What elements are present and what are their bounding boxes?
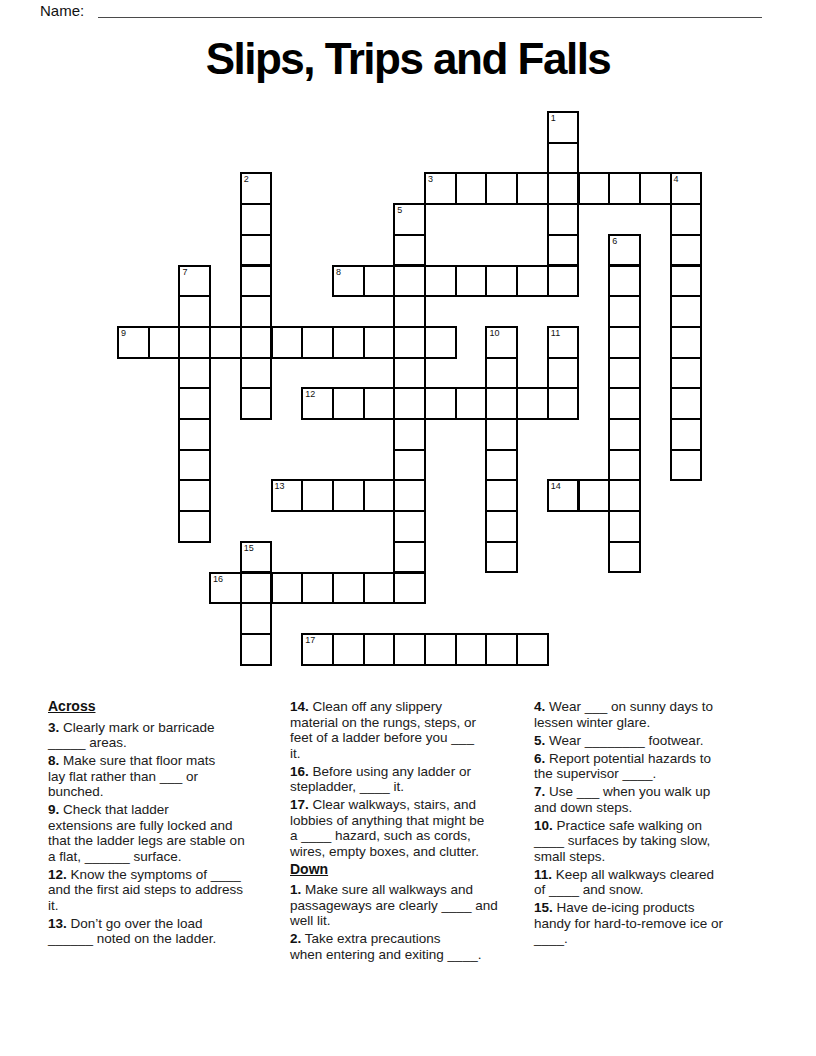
clue-number: 9 — [121, 328, 126, 338]
grid-cell[interactable] — [485, 357, 518, 390]
clue-number-label: 11. — [534, 867, 552, 882]
grid-cell[interactable] — [178, 387, 211, 420]
grid-cell[interactable] — [363, 633, 396, 666]
grid-cell[interactable] — [393, 479, 426, 512]
grid-cell[interactable] — [393, 541, 426, 574]
clue-number-label: 4. — [534, 699, 545, 714]
grid-cell[interactable] — [485, 449, 518, 482]
clue-number-label: 17. — [290, 797, 309, 812]
grid-cell[interactable] — [301, 572, 334, 605]
grid-cell[interactable] — [332, 479, 365, 512]
grid-cell[interactable] — [578, 479, 611, 512]
grid-cell[interactable] — [178, 449, 211, 482]
clue-number: 11 — [551, 328, 560, 338]
clue-number: 12 — [305, 389, 315, 399]
clue-15: 15. Have de-icing products handy for har… — [534, 900, 784, 947]
grid-cell[interactable] — [670, 357, 703, 390]
clue-11: 11. Keep all walkways cleared of ____ an… — [534, 867, 784, 898]
grid-cell[interactable]: 12 — [301, 387, 334, 420]
clue-2: 2. Take extra precautions when entering … — [290, 931, 540, 962]
grid-cell[interactable] — [608, 479, 641, 512]
grid-cell[interactable] — [547, 387, 580, 420]
grid-cell[interactable] — [393, 234, 426, 267]
grid-cell[interactable] — [547, 265, 580, 298]
grid-cell[interactable] — [271, 326, 304, 359]
grid-cell[interactable]: 9 — [117, 326, 150, 359]
grid-cell[interactable] — [485, 633, 518, 666]
clue-number-label: 15. — [534, 900, 553, 915]
clue-14: 14. Clean off any slippery material on t… — [290, 699, 540, 761]
grid-cell[interactable] — [455, 387, 488, 420]
clue-number-label: 1. — [290, 882, 301, 897]
clue-number-label: 3. — [48, 720, 59, 735]
grid-cell[interactable] — [608, 387, 641, 420]
grid-cell[interactable] — [178, 510, 211, 543]
grid-cell[interactable] — [148, 326, 181, 359]
grid-cell[interactable]: 13 — [271, 479, 304, 512]
grid-cell[interactable] — [363, 387, 396, 420]
grid-cell[interactable] — [209, 326, 242, 359]
grid-cell[interactable] — [547, 234, 580, 267]
grid-cell[interactable] — [424, 326, 457, 359]
clue-8: 8. Make sure that floor mats lay flat ra… — [48, 753, 298, 800]
grid-cell[interactable] — [485, 541, 518, 574]
grid-cell[interactable] — [608, 265, 641, 298]
clue-number-label: 13. — [48, 916, 67, 931]
grid-cell[interactable] — [608, 510, 641, 543]
clue-number-label: 5. — [534, 733, 545, 748]
grid-cell[interactable] — [670, 265, 703, 298]
grid-cell[interactable]: 1 — [547, 111, 580, 144]
grid-cell[interactable] — [608, 449, 641, 482]
grid-cell[interactable] — [393, 510, 426, 543]
clue-12: 12. Know the symptoms of ____ and the fi… — [48, 867, 298, 914]
grid-cell[interactable] — [393, 326, 426, 359]
grid-cell[interactable]: 17 — [301, 633, 334, 666]
grid-cell[interactable] — [455, 633, 488, 666]
grid-cell[interactable]: 4 — [670, 172, 703, 205]
clue-6: 6. Report potential hazards to the super… — [534, 751, 784, 782]
grid-cell[interactable] — [547, 172, 580, 205]
grid-cell[interactable] — [178, 295, 211, 328]
grid-cell[interactable]: 11 — [547, 326, 580, 359]
clue-13: 13. Don’t go over the load ______ noted … — [48, 916, 298, 947]
grid-cell[interactable] — [608, 172, 641, 205]
down-heading: Down — [290, 862, 540, 878]
grid-cell[interactable]: 5 — [393, 203, 426, 236]
clue-number: 14 — [551, 481, 561, 491]
grid-cell[interactable] — [393, 295, 426, 328]
grid-cell[interactable] — [455, 172, 488, 205]
grid-cell[interactable] — [363, 572, 396, 605]
clue-column-middle: 14. Clean off any slippery material on t… — [290, 699, 540, 965]
grid-cell[interactable] — [547, 203, 580, 236]
grid-cell[interactable] — [547, 357, 580, 390]
grid-cell[interactable] — [240, 234, 273, 267]
clue-7: 7. Use ___ when you walk up and down ste… — [534, 784, 784, 815]
grid-cell[interactable] — [178, 357, 211, 390]
grid-cell[interactable]: 16 — [209, 572, 242, 605]
clue-number: 2 — [244, 174, 249, 184]
grid-cell[interactable] — [178, 418, 211, 451]
clue-17: 17. Clear walkways, stairs, and lobbies … — [290, 797, 540, 859]
grid-cell[interactable] — [363, 265, 396, 298]
grid-cell[interactable]: 15 — [240, 541, 273, 574]
grid-cell[interactable] — [393, 357, 426, 390]
grid-cell[interactable] — [393, 449, 426, 482]
grid-cell[interactable]: 7 — [178, 265, 211, 298]
grid-cell[interactable] — [240, 265, 273, 298]
clue-number-label: 2. — [290, 931, 301, 946]
grid-cell[interactable] — [670, 418, 703, 451]
grid-cell[interactable] — [363, 479, 396, 512]
clue-number: 17 — [305, 635, 315, 645]
grid-cell[interactable]: 2 — [240, 172, 273, 205]
grid-cell[interactable] — [670, 326, 703, 359]
grid-cell[interactable] — [547, 142, 580, 175]
grid-cell[interactable] — [393, 265, 426, 298]
grid-cell[interactable] — [670, 295, 703, 328]
grid-cell[interactable] — [332, 326, 365, 359]
clue-number: 13 — [275, 481, 285, 491]
grid-cell[interactable] — [639, 172, 672, 205]
grid-cell[interactable] — [670, 203, 703, 236]
grid-cell[interactable] — [485, 418, 518, 451]
grid-cell[interactable] — [670, 449, 703, 482]
grid-cell[interactable] — [271, 572, 304, 605]
clue-number-label: 9. — [48, 802, 59, 817]
clue-number: 6 — [612, 236, 617, 246]
grid-cell[interactable] — [670, 387, 703, 420]
grid-cell[interactable] — [516, 172, 549, 205]
grid-cell[interactable]: 6 — [608, 234, 641, 267]
clue-number-label: 14. — [290, 699, 309, 714]
grid-cell[interactable] — [516, 387, 549, 420]
grid-cell[interactable]: 8 — [332, 265, 365, 298]
clue-number: 16 — [213, 574, 223, 584]
grid-cell[interactable] — [393, 387, 426, 420]
grid-cell[interactable] — [455, 265, 488, 298]
grid-cell[interactable] — [240, 203, 273, 236]
grid-cell[interactable] — [424, 633, 457, 666]
grid-cell[interactable] — [240, 326, 273, 359]
grid-cell[interactable] — [240, 572, 273, 605]
clue-column-across: Across3. Clearly mark or barricade _____… — [48, 699, 298, 949]
grid-cell[interactable] — [178, 479, 211, 512]
grid-cell[interactable] — [332, 572, 365, 605]
clue-number: 7 — [182, 267, 187, 277]
grid-cell[interactable] — [393, 633, 426, 666]
grid-cell[interactable] — [608, 326, 641, 359]
grid-cell[interactable] — [178, 326, 211, 359]
clue-number-label: 8. — [48, 753, 59, 768]
grid-cell[interactable] — [608, 357, 641, 390]
grid-cell[interactable] — [393, 572, 426, 605]
grid-cell[interactable] — [485, 387, 518, 420]
grid-cell[interactable] — [516, 633, 549, 666]
grid-cell[interactable] — [424, 387, 457, 420]
clue-5: 5. Wear ________ footwear. — [534, 733, 784, 749]
across-heading: Across — [48, 699, 298, 715]
clue-4: 4. Wear ___ on sunny days to lessen wint… — [534, 699, 784, 730]
grid-cell[interactable] — [240, 295, 273, 328]
grid-cell[interactable] — [301, 479, 334, 512]
grid-cell[interactable] — [608, 541, 641, 574]
grid-cell[interactable] — [332, 387, 365, 420]
grid-cell[interactable] — [608, 295, 641, 328]
clue-number: 15 — [244, 543, 254, 553]
grid-cell[interactable] — [240, 602, 273, 635]
grid-cell[interactable] — [485, 265, 518, 298]
clue-number-label: 12. — [48, 867, 67, 882]
grid-cell[interactable] — [485, 510, 518, 543]
grid-cell[interactable] — [516, 265, 549, 298]
clue-number: 8 — [336, 267, 341, 277]
grid-cell[interactable] — [608, 418, 641, 451]
clue-9: 9. Check that ladder extensions are full… — [48, 802, 298, 864]
clue-number: 3 — [428, 174, 433, 184]
clue-10: 10. Practice safe walking on ____ surfac… — [534, 818, 784, 865]
clue-3: 3. Clearly mark or barricade _____ areas… — [48, 720, 298, 751]
clue-number-label: 7. — [534, 784, 545, 799]
clue-column-down: 4. Wear ___ on sunny days to lessen wint… — [534, 699, 784, 949]
clue-number: 10 — [489, 328, 499, 338]
grid-cell[interactable] — [485, 479, 518, 512]
clue-number-label: 16. — [290, 764, 309, 779]
grid-cell[interactable]: 14 — [547, 479, 580, 512]
grid-cell[interactable]: 3 — [424, 172, 457, 205]
clue-16: 16. Before using any ladder or stepladde… — [290, 764, 540, 795]
grid-cell[interactable] — [670, 234, 703, 267]
grid-cell[interactable] — [240, 387, 273, 420]
grid-cell[interactable]: 10 — [485, 326, 518, 359]
clue-number-label: 10. — [534, 818, 553, 833]
grid-cell[interactable] — [578, 172, 611, 205]
grid-cell[interactable] — [332, 633, 365, 666]
grid-cell[interactable] — [240, 633, 273, 666]
grid-cell[interactable] — [363, 326, 396, 359]
clue-number: 1 — [551, 113, 556, 123]
grid-cell[interactable] — [301, 326, 334, 359]
clue-number-label: 6. — [534, 751, 545, 766]
clue-number: 4 — [674, 174, 679, 184]
grid-cell[interactable] — [393, 418, 426, 451]
grid-cell[interactable] — [424, 265, 457, 298]
grid-cell[interactable] — [485, 172, 518, 205]
grid-cell[interactable] — [240, 357, 273, 390]
clue-number: 5 — [397, 205, 402, 215]
clue-1: 1. Make sure all walkways and passageway… — [290, 882, 540, 929]
